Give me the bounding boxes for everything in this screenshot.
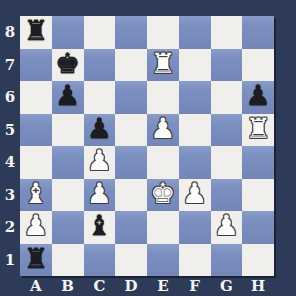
- square-h7[interactable]: [242, 49, 274, 82]
- white-rook[interactable]: ♜: [150, 50, 175, 78]
- square-g1[interactable]: [211, 244, 243, 277]
- white-pawn[interactable]: ♟: [182, 180, 207, 208]
- file-label-c: C: [84, 277, 116, 295]
- square-a4[interactable]: [20, 146, 52, 179]
- square-f2[interactable]: [179, 211, 211, 244]
- square-a2[interactable]: ♟: [20, 211, 52, 244]
- square-b4[interactable]: [52, 146, 84, 179]
- white-rook[interactable]: ♜: [246, 115, 271, 143]
- square-a7[interactable]: [20, 49, 52, 82]
- black-rook[interactable]: ♜: [23, 245, 48, 273]
- black-bishop[interactable]: ♝: [87, 212, 112, 240]
- square-c7[interactable]: [84, 49, 116, 82]
- rank-label-8: 8: [0, 16, 20, 49]
- square-d7[interactable]: [115, 49, 147, 82]
- file-label-d: D: [115, 277, 147, 295]
- square-f4[interactable]: [179, 146, 211, 179]
- square-g5[interactable]: [211, 114, 243, 147]
- square-e7[interactable]: ♜: [147, 49, 179, 82]
- square-b5[interactable]: [52, 114, 84, 147]
- black-pawn[interactable]: ♟: [246, 82, 271, 110]
- square-d2[interactable]: [115, 211, 147, 244]
- square-b2[interactable]: [52, 211, 84, 244]
- square-e5[interactable]: ♟: [147, 114, 179, 147]
- square-e6[interactable]: [147, 81, 179, 114]
- square-c1[interactable]: [84, 244, 116, 277]
- square-h1[interactable]: [242, 244, 274, 277]
- square-d3[interactable]: [115, 179, 147, 212]
- square-g2[interactable]: ♟: [211, 211, 243, 244]
- square-g7[interactable]: [211, 49, 243, 82]
- file-label-e: E: [147, 277, 179, 295]
- square-e2[interactable]: [147, 211, 179, 244]
- white-pawn[interactable]: ♟: [23, 212, 48, 240]
- black-rook[interactable]: ♜: [23, 17, 48, 45]
- rank-label-3: 3: [0, 179, 20, 212]
- square-g8[interactable]: [211, 16, 243, 49]
- square-h6[interactable]: ♟: [242, 81, 274, 114]
- square-f5[interactable]: [179, 114, 211, 147]
- file-label-b: B: [52, 277, 84, 295]
- rank-label-1: 1: [0, 244, 20, 277]
- square-b1[interactable]: [52, 244, 84, 277]
- square-e8[interactable]: [147, 16, 179, 49]
- square-c5[interactable]: ♟: [84, 114, 116, 147]
- square-e1[interactable]: [147, 244, 179, 277]
- square-d5[interactable]: [115, 114, 147, 147]
- square-b3[interactable]: [52, 179, 84, 212]
- chess-board: ♜♚♜♟♟♟♟♜♟♝♟♚♟♟♝♟♜: [20, 16, 274, 276]
- square-a3[interactable]: ♝: [20, 179, 52, 212]
- square-c4[interactable]: ♟: [84, 146, 116, 179]
- square-f1[interactable]: [179, 244, 211, 277]
- white-pawn[interactable]: ♟: [87, 180, 112, 208]
- square-a1[interactable]: ♜: [20, 244, 52, 277]
- rank-label-5: 5: [0, 114, 20, 147]
- white-pawn[interactable]: ♟: [87, 147, 112, 175]
- white-pawn[interactable]: ♟: [150, 115, 175, 143]
- square-h4[interactable]: [242, 146, 274, 179]
- file-label-f: F: [179, 277, 211, 295]
- white-king[interactable]: ♚: [150, 180, 175, 208]
- square-a6[interactable]: [20, 81, 52, 114]
- square-d1[interactable]: [115, 244, 147, 277]
- square-f7[interactable]: [179, 49, 211, 82]
- square-d6[interactable]: [115, 81, 147, 114]
- white-bishop[interactable]: ♝: [23, 180, 48, 208]
- black-pawn[interactable]: ♟: [87, 115, 112, 143]
- square-d4[interactable]: [115, 146, 147, 179]
- file-label-a: A: [20, 277, 52, 295]
- rank-label-2: 2: [0, 211, 20, 244]
- square-c6[interactable]: [84, 81, 116, 114]
- file-label-h: H: [242, 277, 274, 295]
- square-c8[interactable]: [84, 16, 116, 49]
- square-c3[interactable]: ♟: [84, 179, 116, 212]
- square-d8[interactable]: [115, 16, 147, 49]
- rank-label-7: 7: [0, 49, 20, 82]
- square-f3[interactable]: ♟: [179, 179, 211, 212]
- square-b6[interactable]: ♟: [52, 81, 84, 114]
- file-label-g: G: [211, 277, 243, 295]
- square-g6[interactable]: [211, 81, 243, 114]
- square-a5[interactable]: [20, 114, 52, 147]
- square-e4[interactable]: [147, 146, 179, 179]
- black-pawn[interactable]: ♟: [55, 82, 80, 110]
- rank-label-6: 6: [0, 81, 20, 114]
- square-f6[interactable]: [179, 81, 211, 114]
- square-a8[interactable]: ♜: [20, 16, 52, 49]
- rank-label-4: 4: [0, 146, 20, 179]
- white-pawn[interactable]: ♟: [214, 212, 239, 240]
- square-e3[interactable]: ♚: [147, 179, 179, 212]
- square-c2[interactable]: ♝: [84, 211, 116, 244]
- square-f8[interactable]: [179, 16, 211, 49]
- chess-diagram: ♜♚♜♟♟♟♟♜♟♝♟♚♟♟♝♟♜ 87654321 ABCDEFGH: [0, 0, 296, 296]
- square-h2[interactable]: [242, 211, 274, 244]
- square-g3[interactable]: [211, 179, 243, 212]
- square-g4[interactable]: [211, 146, 243, 179]
- square-h8[interactable]: [242, 16, 274, 49]
- square-h3[interactable]: [242, 179, 274, 212]
- square-b7[interactable]: ♚: [52, 49, 84, 82]
- square-b8[interactable]: [52, 16, 84, 49]
- square-h5[interactable]: ♜: [242, 114, 274, 147]
- black-king[interactable]: ♚: [55, 50, 80, 78]
